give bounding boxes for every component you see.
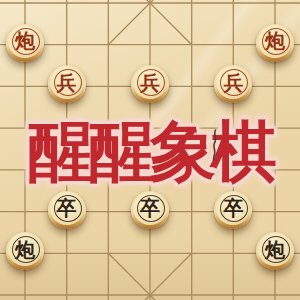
- piece-character: 兵: [57, 73, 77, 93]
- xiangqi-board[interactable]: 炮炮兵兵兵卒卒卒炮炮 醒醒象棋: [0, 0, 300, 300]
- piece-face: 卒: [50, 192, 84, 225]
- red-cannon-piece[interactable]: 炮: [256, 24, 294, 62]
- piece-character: 炮: [265, 31, 285, 51]
- piece-face: 兵: [133, 66, 167, 99]
- piece-face: 兵: [216, 66, 250, 99]
- piece-character: 卒: [223, 198, 243, 218]
- black-soldier-piece[interactable]: 卒: [214, 191, 252, 229]
- piece-face: 炮: [258, 233, 292, 266]
- piece-character: 卒: [57, 198, 77, 218]
- red-cannon-piece[interactable]: 炮: [6, 24, 44, 62]
- piece-character: 炮: [265, 240, 285, 260]
- board-grid-lines: [0, 0, 300, 300]
- piece-face: 卒: [133, 192, 167, 225]
- red-soldier-piece[interactable]: 兵: [48, 65, 86, 103]
- piece-face: 炮: [8, 25, 42, 58]
- piece-face: 炮: [258, 25, 292, 58]
- piece-face: 兵: [50, 66, 84, 99]
- piece-face: 炮: [8, 233, 42, 266]
- piece-face: 卒: [216, 192, 250, 225]
- piece-character: 兵: [140, 73, 160, 93]
- piece-character: 卒: [140, 198, 160, 218]
- piece-character: 兵: [223, 73, 243, 93]
- black-soldier-piece[interactable]: 卒: [48, 191, 86, 229]
- black-cannon-piece[interactable]: 炮: [6, 232, 44, 270]
- black-soldier-piece[interactable]: 卒: [131, 191, 169, 229]
- piece-character: 炮: [15, 31, 35, 51]
- piece-character: 炮: [15, 240, 35, 260]
